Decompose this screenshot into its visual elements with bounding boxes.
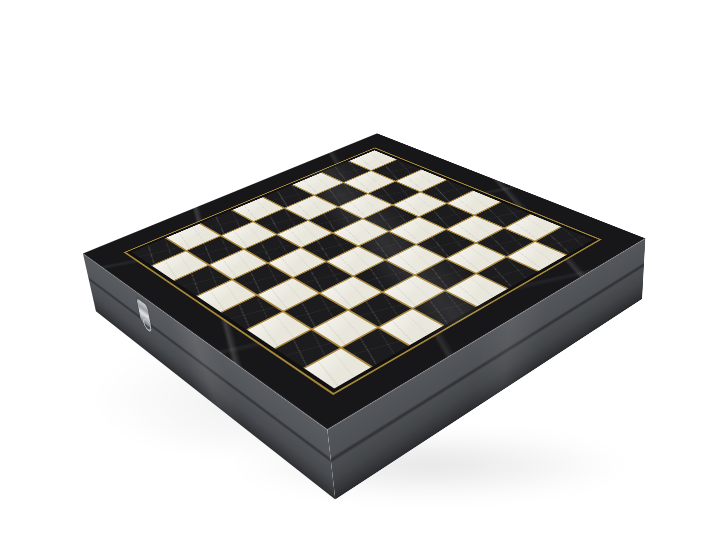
chess-case: ♜♞♝♛♚♝♞♜♟♟♟♟♟♟♟♟♟♟♟♟♟♟♟♟♜♞♝♛♚♝♞♜ [83,133,646,429]
perspective-wrapper: ♜♞♝♛♚♝♞♜♟♟♟♟♟♟♟♟♟♟♟♟♟♟♟♟♜♞♝♛♚♝♞♜ [0,0,720,540]
chess-board [83,133,646,429]
clasp-hook-icon [142,316,152,334]
camera-tilt: ♜♞♝♛♚♝♞♜♟♟♟♟♟♟♟♟♟♟♟♟♟♟♟♟♜♞♝♛♚♝♞♜ [0,0,720,540]
chess-set-photo: ♜♞♝♛♚♝♞♜♟♟♟♟♟♟♟♟♟♟♟♟♟♟♟♟♜♞♝♛♚♝♞♜ [0,0,720,540]
